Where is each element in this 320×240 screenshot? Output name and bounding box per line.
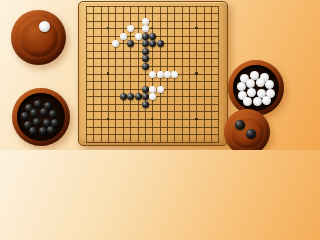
go-scene: [0, 0, 307, 150]
black-stone[interactable]: [142, 86, 149, 93]
white-stone-in-tray: [256, 78, 265, 87]
white-stone[interactable]: [142, 18, 149, 25]
lid-knob: [19, 17, 59, 57]
black-stone[interactable]: [149, 40, 156, 47]
black-stone[interactable]: [157, 40, 164, 47]
white-stone-in-tray: [243, 97, 252, 106]
white-stone-in-tray: [247, 88, 256, 97]
black-stone[interactable]: [135, 93, 142, 100]
black-stone[interactable]: [142, 63, 149, 70]
white-stone-in-tray: [237, 82, 246, 91]
black-stone-in-tray: [21, 112, 29, 120]
white-stone[interactable]: [120, 33, 127, 40]
black-stone[interactable]: [149, 33, 156, 40]
black-stone-in-tray: [49, 110, 57, 118]
black-stone[interactable]: [142, 48, 149, 55]
white-stone[interactable]: [149, 86, 156, 93]
white-stone[interactable]: [157, 71, 164, 78]
black-stone-in-tray: [29, 127, 37, 135]
black-stone-in-tray: [40, 108, 48, 116]
white-stones-bowl[interactable]: [228, 60, 284, 116]
goban-stones: [79, 2, 227, 145]
white-stone[interactable]: [157, 86, 164, 93]
white-bowl-opening: [233, 65, 279, 111]
white-stone-in-tray: [39, 21, 50, 32]
white-stone-in-tray: [246, 79, 255, 88]
black-bowl-opening: [17, 93, 65, 141]
white-stone-in-tray: [253, 97, 262, 106]
white-stone[interactable]: [112, 40, 119, 47]
white-stone[interactable]: [127, 25, 134, 32]
white-stone-in-tray: [265, 80, 274, 89]
black-stones-bowl[interactable]: [12, 88, 70, 146]
black-stone-in-tray: [34, 100, 42, 108]
black-stone-in-tray: [235, 120, 245, 130]
black-stone-in-tray: [39, 127, 47, 135]
black-stone-in-tray: [30, 109, 38, 117]
black-stone[interactable]: [142, 55, 149, 62]
black-stone-in-tray: [246, 129, 256, 139]
goban[interactable]: [78, 1, 228, 146]
black-stone[interactable]: [127, 40, 134, 47]
white-stone[interactable]: [142, 25, 149, 32]
black-stone[interactable]: [142, 40, 149, 47]
black-stone[interactable]: [120, 93, 127, 100]
black-stone[interactable]: [142, 93, 149, 100]
white-stone[interactable]: [149, 71, 156, 78]
black-stone[interactable]: [127, 93, 134, 100]
black-stone-in-tray: [33, 118, 41, 126]
black-stone[interactable]: [142, 33, 149, 40]
black-stone[interactable]: [142, 101, 149, 108]
captured-white-lid[interactable]: [11, 10, 66, 65]
black-stone-in-tray: [47, 126, 55, 134]
white-stone[interactable]: [171, 71, 178, 78]
white-stone[interactable]: [149, 93, 156, 100]
captured-black-lid[interactable]: [224, 109, 270, 150]
white-stone[interactable]: [164, 71, 171, 78]
white-stone-in-tray: [262, 96, 271, 105]
white-stone[interactable]: [135, 33, 142, 40]
